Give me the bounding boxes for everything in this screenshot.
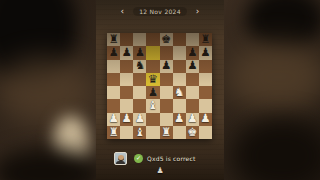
square-e3[interactable] [160,99,173,112]
piece-white-pawn-c2: ♟ [135,113,145,125]
square-b1[interactable] [120,126,133,139]
piece-black-pawn-a7: ♟ [108,47,118,59]
chess-board[interactable]: ♜♚♜♟♟♟♟♟♞♟♟♛♟♞♝♟♟♟♟♟♟♜♝♜♚ [107,33,212,139]
square-h2[interactable]: ♟ [199,113,212,126]
status-row: ✓ Qxd5 is correct [96,149,224,167]
square-e5[interactable] [160,73,173,86]
piece-black-pawn-g6: ♟ [187,60,197,72]
square-e8[interactable]: ♚ [160,33,173,46]
square-a4[interactable] [107,86,120,99]
piece-white-pawn-h2: ♟ [200,113,210,125]
screenshot-stage: ‹ 12 Nov 2024 › ♜♚♜♟♟♟♟♟♞♟♟♛♟♞♝♟♟♟♟♟♟♜♝♜… [0,0,320,180]
piece-white-rook-a1: ♜ [108,126,118,138]
piece-black-pawn-g7: ♟ [187,47,197,59]
piece-black-queen-d5: ♛ [148,73,158,85]
square-f2[interactable]: ♟ [173,113,186,126]
piece-black-rook-h8: ♜ [200,33,210,45]
square-c5[interactable] [133,73,146,86]
square-e1[interactable]: ♜ [160,126,173,139]
piece-white-pawn-b2: ♟ [122,113,132,125]
puzzle-date-label: 12 Nov 2024 [133,7,187,16]
piece-white-bishop-d3: ♝ [148,100,158,112]
background-shadow-bottom-right [232,118,320,180]
square-c1[interactable]: ♝ [133,126,146,139]
background-wood-glow-right [228,42,320,112]
piece-white-bishop-c1: ♝ [135,126,145,138]
square-b4[interactable] [120,86,133,99]
square-g6[interactable]: ♟ [186,60,199,73]
square-d1[interactable] [146,126,159,139]
square-h6[interactable] [199,60,212,73]
square-g4[interactable] [186,86,199,99]
piece-white-pawn-f2: ♟ [174,113,184,125]
next-puzzle-button[interactable]: › [196,6,200,16]
square-f6[interactable] [173,60,186,73]
square-a7[interactable]: ♟ [107,46,120,59]
square-h4[interactable] [199,86,212,99]
app-screen: ‹ 12 Nov 2024 › ♜♚♜♟♟♟♟♟♞♟♟♛♟♞♝♟♟♟♟♟♟♜♝♜… [96,0,224,180]
square-c6[interactable]: ♞ [133,60,146,73]
player-avatar[interactable] [114,152,127,165]
piece-white-pawn-a2: ♟ [108,113,118,125]
piece-white-knight-f4: ♞ [174,86,184,98]
square-h7[interactable]: ♟ [199,46,212,59]
square-a1[interactable]: ♜ [107,126,120,139]
square-b6[interactable] [120,60,133,73]
piece-black-knight-c6: ♞ [135,60,145,72]
square-e4[interactable] [160,86,173,99]
square-d7[interactable] [146,46,159,59]
square-f1[interactable] [173,126,186,139]
square-a6[interactable] [107,60,120,73]
square-f8[interactable] [173,33,186,46]
piece-black-pawn-c7: ♟ [135,47,145,59]
piece-black-pawn-b7: ♟ [122,47,132,59]
square-f7[interactable] [173,46,186,59]
puzzle-date-header: ‹ 12 Nov 2024 › [96,5,224,17]
square-g5[interactable] [186,73,199,86]
square-h1[interactable] [199,126,212,139]
square-d3[interactable]: ♝ [146,99,159,112]
piece-white-pawn-g2: ♟ [187,113,197,125]
pawn-icon: ♟ [156,167,163,175]
square-c4[interactable] [133,86,146,99]
piece-black-king-e8: ♚ [161,33,171,45]
avatar-face [118,155,124,161]
square-e6[interactable]: ♟ [160,60,173,73]
piece-white-rook-e1: ♜ [161,126,171,138]
square-b5[interactable] [120,73,133,86]
piece-black-rook-a8: ♜ [108,33,118,45]
background-wood-glow-left [0,58,95,123]
correct-move-label: Qxd5 is correct [147,155,196,162]
square-g1[interactable]: ♚ [186,126,199,139]
square-b7[interactable]: ♟ [120,46,133,59]
piece-white-king-g1: ♚ [187,126,197,138]
piece-black-pawn-h7: ♟ [200,47,210,59]
correct-check-icon: ✓ [134,154,143,163]
square-b2[interactable]: ♟ [120,113,133,126]
square-h5[interactable] [199,73,212,86]
piece-black-pawn-e6: ♟ [161,60,171,72]
square-d8[interactable] [146,33,159,46]
avatar-torso [116,161,125,165]
square-a5[interactable] [107,73,120,86]
square-f4[interactable]: ♞ [173,86,186,99]
square-d2[interactable] [146,113,159,126]
previous-puzzle-button[interactable]: ‹ [121,6,125,16]
piece-black-pawn-d4: ♟ [148,86,158,98]
